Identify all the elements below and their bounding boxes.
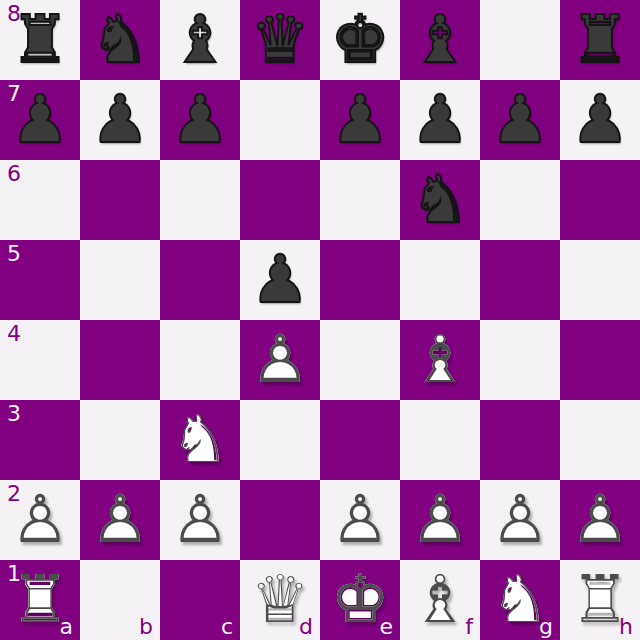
black-pawn-glyph: ♟ (80, 87, 160, 153)
square-f6[interactable]: ♞ (400, 160, 480, 240)
black-pawn[interactable]: ♟ (400, 80, 480, 160)
file-label-e: e (379, 616, 393, 638)
square-c3[interactable]: ♞♘ (160, 400, 240, 480)
square-b7[interactable]: ♟ (80, 80, 160, 160)
square-e2[interactable]: ♟♙ (320, 480, 400, 560)
square-h2[interactable]: ♟♙ (560, 480, 640, 560)
square-h8[interactable]: ♜ (560, 0, 640, 80)
black-pawn-glyph: ♟ (400, 87, 480, 153)
square-e3[interactable] (320, 400, 400, 480)
square-c1[interactable]: c (160, 560, 240, 640)
rank-label-5: 5 (7, 243, 21, 265)
black-queen[interactable]: ♛ (240, 0, 320, 80)
white-pawn-outline: ♙ (160, 487, 240, 553)
black-rook[interactable]: ♜ (560, 0, 640, 80)
square-d5[interactable]: ♟ (240, 240, 320, 320)
rank-label-6: 6 (7, 163, 21, 185)
white-pawn-glyph: ♟ (560, 487, 640, 553)
white-bishop-outline: ♗ (400, 327, 480, 393)
square-g7[interactable]: ♟ (480, 80, 560, 160)
white-bishop-glyph: ♝ (400, 327, 480, 393)
square-c2[interactable]: ♟♙ (160, 480, 240, 560)
white-knight-outline: ♘ (160, 407, 240, 473)
file-label-b: b (139, 616, 153, 638)
white-pawn[interactable]: ♟♙ (80, 480, 160, 560)
white-bishop[interactable]: ♝♗ (400, 320, 480, 400)
white-pawn-outline: ♙ (560, 487, 640, 553)
black-knight-glyph: ♞ (80, 7, 160, 73)
white-knight-glyph: ♞ (160, 407, 240, 473)
file-label-c: c (221, 616, 233, 638)
square-b2[interactable]: ♟♙ (80, 480, 160, 560)
square-d7[interactable] (240, 80, 320, 160)
square-e4[interactable] (320, 320, 400, 400)
black-rook-glyph: ♜ (560, 7, 640, 73)
square-e8[interactable]: ♚ (320, 0, 400, 80)
square-h3[interactable] (560, 400, 640, 480)
file-label-a: a (60, 616, 73, 638)
white-pawn[interactable]: ♟♙ (320, 480, 400, 560)
square-a7[interactable]: ♟7 (0, 80, 80, 160)
square-f3[interactable] (400, 400, 480, 480)
square-c7[interactable]: ♟ (160, 80, 240, 160)
white-pawn-glyph: ♟ (160, 487, 240, 553)
square-d8[interactable]: ♛ (240, 0, 320, 80)
square-c6[interactable] (160, 160, 240, 240)
black-pawn[interactable]: ♟ (480, 80, 560, 160)
rank-label-1: 1 (7, 563, 21, 585)
square-g2[interactable]: ♟♙ (480, 480, 560, 560)
white-pawn-glyph: ♟ (400, 487, 480, 553)
rank-label-8: 8 (7, 3, 21, 25)
black-pawn-glyph: ♟ (240, 247, 320, 313)
square-a4[interactable]: 4 (0, 320, 80, 400)
black-king[interactable]: ♚ (320, 0, 400, 80)
rank-label-2: 2 (7, 483, 21, 505)
white-pawn[interactable]: ♟♙ (560, 480, 640, 560)
black-bishop[interactable]: ♝ (160, 0, 240, 80)
square-g3[interactable] (480, 400, 560, 480)
square-a8[interactable]: ♜8 (0, 0, 80, 80)
black-pawn[interactable]: ♟ (560, 80, 640, 160)
square-a2[interactable]: ♟♙2 (0, 480, 80, 560)
file-label-g: g (539, 616, 553, 638)
white-pawn-glyph: ♟ (80, 487, 160, 553)
square-h7[interactable]: ♟ (560, 80, 640, 160)
chess-board: ♜8♞♝♛♚♝♜♟7♟♟♟♟♟♟6♞5♟4♟♙♝♗3♞♘♟♙2♟♙♟♙♟♙♟♙♟… (0, 0, 640, 640)
file-label-d: d (299, 616, 313, 638)
white-pawn-glyph: ♟ (240, 327, 320, 393)
square-e5[interactable] (320, 240, 400, 320)
white-pawn-glyph: ♟ (320, 487, 400, 553)
square-h5[interactable] (560, 240, 640, 320)
square-h6[interactable] (560, 160, 640, 240)
white-knight[interactable]: ♞♘ (160, 400, 240, 480)
square-b4[interactable] (80, 320, 160, 400)
square-g8[interactable] (480, 0, 560, 80)
black-bishop[interactable]: ♝ (400, 0, 480, 80)
white-pawn-outline: ♙ (80, 487, 160, 553)
black-pawn[interactable]: ♟ (240, 240, 320, 320)
black-pawn-glyph: ♟ (560, 87, 640, 153)
square-g5[interactable] (480, 240, 560, 320)
square-g1[interactable]: ♞♘g (480, 560, 560, 640)
square-f1[interactable]: ♝♗f (400, 560, 480, 640)
white-pawn-outline: ♙ (240, 327, 320, 393)
rank-label-7: 7 (7, 83, 21, 105)
black-pawn-glyph: ♟ (160, 87, 240, 153)
square-e7[interactable]: ♟ (320, 80, 400, 160)
black-pawn-glyph: ♟ (480, 87, 560, 153)
black-bishop-glyph: ♝ (400, 7, 480, 73)
square-d2[interactable] (240, 480, 320, 560)
square-e1[interactable]: ♚♔e (320, 560, 400, 640)
black-pawn-glyph: ♟ (320, 87, 400, 153)
black-bishop-glyph: ♝ (160, 7, 240, 73)
square-f7[interactable]: ♟ (400, 80, 480, 160)
file-label-h: h (619, 616, 633, 638)
square-a6[interactable]: 6 (0, 160, 80, 240)
square-b8[interactable]: ♞ (80, 0, 160, 80)
white-pawn-glyph: ♟ (480, 487, 560, 553)
white-pawn[interactable]: ♟♙ (160, 480, 240, 560)
square-c5[interactable] (160, 240, 240, 320)
square-f2[interactable]: ♟♙ (400, 480, 480, 560)
square-d6[interactable] (240, 160, 320, 240)
white-pawn[interactable]: ♟♙ (240, 320, 320, 400)
square-a1[interactable]: ♜♖1a (0, 560, 80, 640)
white-pawn-outline: ♙ (320, 487, 400, 553)
square-b6[interactable] (80, 160, 160, 240)
square-d1[interactable]: ♛♕d (240, 560, 320, 640)
black-knight[interactable]: ♞ (400, 160, 480, 240)
black-queen-glyph: ♛ (240, 7, 320, 73)
black-pawn[interactable]: ♟ (320, 80, 400, 160)
black-knight[interactable]: ♞ (80, 0, 160, 80)
square-f5[interactable] (400, 240, 480, 320)
square-a3[interactable]: 3 (0, 400, 80, 480)
square-h4[interactable] (560, 320, 640, 400)
square-g6[interactable] (480, 160, 560, 240)
black-knight-glyph: ♞ (400, 167, 480, 233)
square-b5[interactable] (80, 240, 160, 320)
black-pawn[interactable]: ♟ (80, 80, 160, 160)
square-e6[interactable] (320, 160, 400, 240)
black-king-glyph: ♚ (320, 7, 400, 73)
rank-label-3: 3 (7, 403, 21, 425)
white-pawn[interactable]: ♟♙ (400, 480, 480, 560)
square-g4[interactable] (480, 320, 560, 400)
square-f4[interactable]: ♝♗ (400, 320, 480, 400)
black-pawn[interactable]: ♟ (160, 80, 240, 160)
square-c8[interactable]: ♝ (160, 0, 240, 80)
square-d3[interactable] (240, 400, 320, 480)
square-c4[interactable] (160, 320, 240, 400)
square-f8[interactable]: ♝ (400, 0, 480, 80)
square-h1[interactable]: ♜♖h (560, 560, 640, 640)
rank-label-4: 4 (7, 323, 21, 345)
square-b3[interactable] (80, 400, 160, 480)
file-label-f: f (465, 616, 473, 638)
square-d4[interactable]: ♟♙ (240, 320, 320, 400)
square-a5[interactable]: 5 (0, 240, 80, 320)
white-pawn-outline: ♙ (400, 487, 480, 553)
white-pawn[interactable]: ♟♙ (480, 480, 560, 560)
white-pawn-outline: ♙ (480, 487, 560, 553)
square-b1[interactable]: b (80, 560, 160, 640)
